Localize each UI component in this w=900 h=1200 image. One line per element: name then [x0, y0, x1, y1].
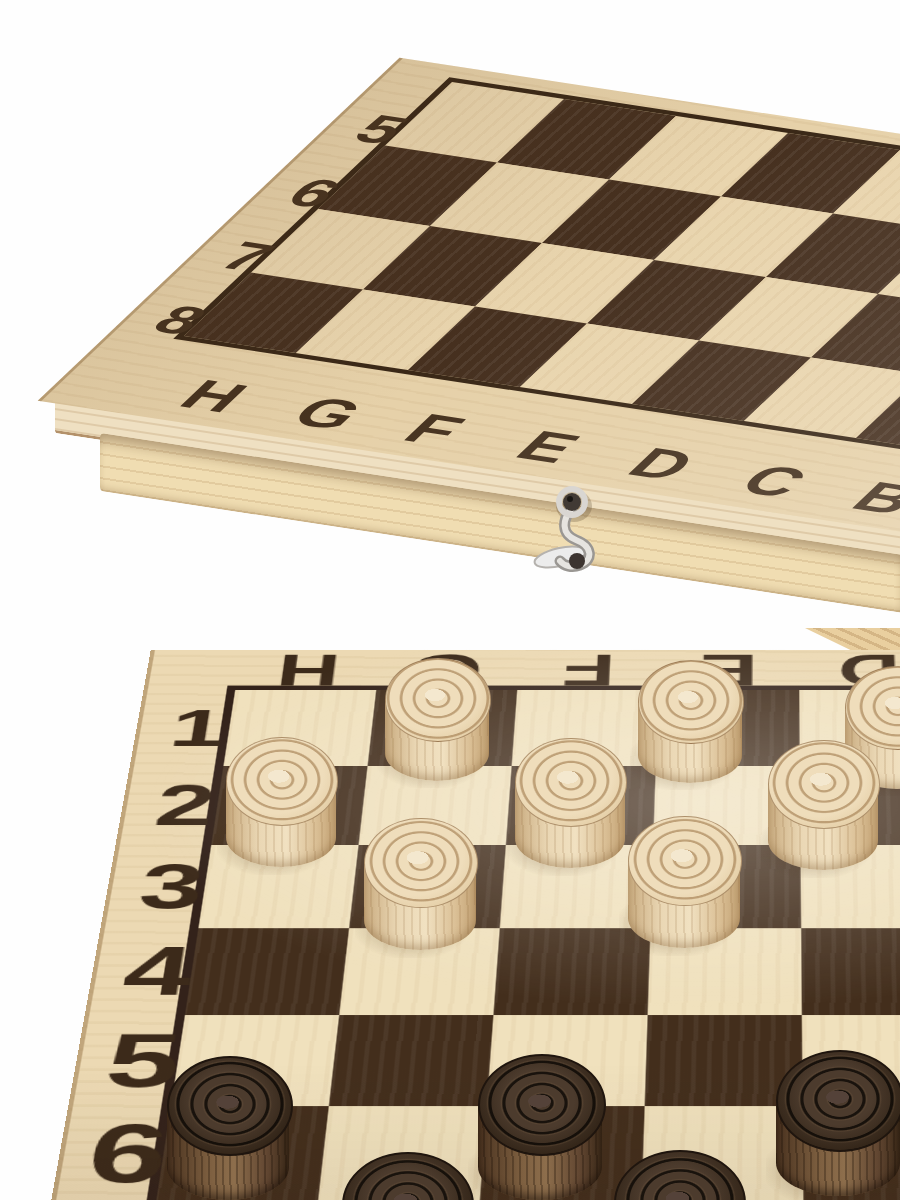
checker-top	[614, 1150, 746, 1200]
checker-top	[385, 658, 491, 742]
checker-dark-d6	[776, 1050, 900, 1196]
checker-top	[364, 818, 478, 908]
checker-top	[628, 816, 742, 906]
checker-light-h2	[226, 737, 336, 867]
checker-top	[638, 660, 744, 744]
file-label-H: H	[274, 647, 343, 693]
checker-top	[226, 737, 338, 826]
clasp-latch-icon	[530, 462, 630, 592]
checker-top	[515, 738, 627, 827]
checker-light-f2	[515, 738, 625, 868]
checker-top	[776, 1050, 900, 1152]
checker-top	[768, 740, 880, 829]
checker-top	[167, 1056, 293, 1156]
rank-label-4: 4	[118, 937, 197, 1006]
checker-dark-e7	[614, 1150, 742, 1200]
checker-dark-g7	[342, 1152, 470, 1200]
checker-top	[478, 1054, 606, 1156]
rank-label-2: 2	[151, 777, 219, 834]
checker-light-e1	[638, 660, 742, 783]
checker-light-g3	[364, 818, 476, 950]
checker-top	[342, 1152, 474, 1200]
checker-light-d2	[768, 740, 878, 870]
rank-label-1: 1	[167, 702, 229, 754]
checker-dark-h6	[167, 1056, 289, 1200]
square-g5	[329, 1015, 494, 1106]
checker-light-e3	[628, 816, 740, 948]
rank-label-3: 3	[135, 855, 208, 918]
square-h4	[185, 928, 349, 1015]
checker-dark-f6	[478, 1054, 602, 1200]
checker-light-g1	[385, 658, 489, 781]
file-label-F: F	[561, 647, 617, 693]
square-d4	[801, 928, 900, 1015]
product-photo-stage: 5678 HGFEDCB 123456 HGFED	[0, 0, 900, 1200]
